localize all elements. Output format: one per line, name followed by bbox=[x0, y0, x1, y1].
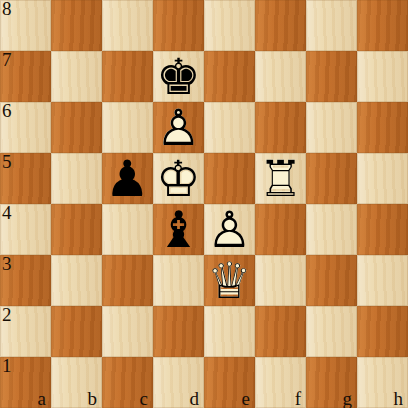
square-h7[interactable] bbox=[357, 51, 408, 102]
square-d3[interactable] bbox=[153, 255, 204, 306]
rank-label-6: 6 bbox=[2, 100, 12, 122]
square-c4[interactable] bbox=[102, 204, 153, 255]
square-e5[interactable] bbox=[204, 153, 255, 204]
square-f4[interactable] bbox=[255, 204, 306, 255]
square-h6[interactable] bbox=[357, 102, 408, 153]
square-b4[interactable] bbox=[51, 204, 102, 255]
square-a8[interactable]: 8 bbox=[0, 0, 51, 51]
square-h8[interactable] bbox=[357, 0, 408, 51]
square-a7[interactable]: 7 bbox=[0, 51, 51, 102]
square-e8[interactable] bbox=[204, 0, 255, 51]
square-d1[interactable]: d bbox=[153, 357, 204, 408]
square-c8[interactable] bbox=[102, 0, 153, 51]
piece-white-pawn[interactable]: ♟♙ bbox=[204, 204, 255, 255]
square-a2[interactable]: 2 bbox=[0, 306, 51, 357]
square-h4[interactable] bbox=[357, 204, 408, 255]
square-b7[interactable] bbox=[51, 51, 102, 102]
pawn-glyph-outline: ♙ bbox=[156, 103, 201, 153]
square-e2[interactable] bbox=[204, 306, 255, 357]
square-f2[interactable] bbox=[255, 306, 306, 357]
queen-glyph-fill: ♛ bbox=[207, 256, 252, 306]
file-label-h: h bbox=[394, 388, 404, 408]
piece-white-rook[interactable]: ♜♖ bbox=[255, 153, 306, 204]
square-c7[interactable] bbox=[102, 51, 153, 102]
square-e3[interactable]: ♛♕ bbox=[204, 255, 255, 306]
square-e7[interactable] bbox=[204, 51, 255, 102]
square-f5[interactable]: ♜♖ bbox=[255, 153, 306, 204]
square-g7[interactable] bbox=[306, 51, 357, 102]
square-a4[interactable]: 4 bbox=[0, 204, 51, 255]
rook-glyph-fill: ♜ bbox=[258, 154, 303, 204]
square-f7[interactable] bbox=[255, 51, 306, 102]
square-c5[interactable]: ♟ bbox=[102, 153, 153, 204]
square-g2[interactable] bbox=[306, 306, 357, 357]
square-f8[interactable] bbox=[255, 0, 306, 51]
king-glyph-fill: ♚ bbox=[156, 154, 201, 204]
square-a6[interactable]: 6 bbox=[0, 102, 51, 153]
file-label-a: a bbox=[38, 388, 46, 408]
square-c1[interactable]: c bbox=[102, 357, 153, 408]
pawn-glyph-fill: ♟ bbox=[207, 205, 252, 255]
queen-glyph-outline: ♕ bbox=[207, 256, 252, 306]
square-c6[interactable] bbox=[102, 102, 153, 153]
rank-label-4: 4 bbox=[2, 202, 12, 224]
square-f3[interactable] bbox=[255, 255, 306, 306]
square-a3[interactable]: 3 bbox=[0, 255, 51, 306]
file-label-c: c bbox=[140, 388, 148, 408]
square-f1[interactable]: f bbox=[255, 357, 306, 408]
square-b5[interactable] bbox=[51, 153, 102, 204]
piece-white-pawn[interactable]: ♟♙ bbox=[153, 102, 204, 153]
piece-black-pawn[interactable]: ♟ bbox=[102, 153, 153, 204]
square-d5[interactable]: ♚♔ bbox=[153, 153, 204, 204]
rank-label-7: 7 bbox=[2, 49, 12, 71]
square-d4[interactable]: ♝ bbox=[153, 204, 204, 255]
square-b6[interactable] bbox=[51, 102, 102, 153]
square-e1[interactable]: e bbox=[204, 357, 255, 408]
chess-board: 87♚6♟♙5♟♚♔♜♖4♝♟♙3♛♕21abcdefgh bbox=[0, 0, 408, 408]
file-label-e: e bbox=[242, 388, 250, 408]
pawn-glyph-outline: ♙ bbox=[207, 205, 252, 255]
king-glyph-outline: ♔ bbox=[156, 154, 201, 204]
square-g5[interactable] bbox=[306, 153, 357, 204]
piece-black-king[interactable]: ♚ bbox=[153, 51, 204, 102]
piece-white-queen[interactable]: ♛♕ bbox=[204, 255, 255, 306]
square-e4[interactable]: ♟♙ bbox=[204, 204, 255, 255]
pawn-glyph-fill: ♟ bbox=[156, 103, 201, 153]
square-d2[interactable] bbox=[153, 306, 204, 357]
rook-glyph-outline: ♖ bbox=[258, 154, 303, 204]
square-g4[interactable] bbox=[306, 204, 357, 255]
square-g8[interactable] bbox=[306, 0, 357, 51]
square-h3[interactable] bbox=[357, 255, 408, 306]
piece-black-bishop[interactable]: ♝ bbox=[153, 204, 204, 255]
square-c3[interactable] bbox=[102, 255, 153, 306]
file-label-b: b bbox=[88, 388, 98, 408]
rank-label-3: 3 bbox=[2, 253, 12, 275]
rank-label-5: 5 bbox=[2, 151, 12, 173]
square-e6[interactable] bbox=[204, 102, 255, 153]
square-d7[interactable]: ♚ bbox=[153, 51, 204, 102]
square-g1[interactable]: g bbox=[306, 357, 357, 408]
square-h2[interactable] bbox=[357, 306, 408, 357]
square-a1[interactable]: 1a bbox=[0, 357, 51, 408]
rank-label-8: 8 bbox=[2, 0, 12, 20]
square-b8[interactable] bbox=[51, 0, 102, 51]
square-h5[interactable] bbox=[357, 153, 408, 204]
rank-label-2: 2 bbox=[2, 304, 12, 326]
file-label-g: g bbox=[343, 388, 353, 408]
rank-label-1: 1 bbox=[2, 355, 12, 377]
pawn-glyph: ♟ bbox=[105, 154, 150, 204]
square-a5[interactable]: 5 bbox=[0, 153, 51, 204]
square-g3[interactable] bbox=[306, 255, 357, 306]
square-b1[interactable]: b bbox=[51, 357, 102, 408]
square-b3[interactable] bbox=[51, 255, 102, 306]
square-g6[interactable] bbox=[306, 102, 357, 153]
square-d6[interactable]: ♟♙ bbox=[153, 102, 204, 153]
square-h1[interactable]: h bbox=[357, 357, 408, 408]
file-label-d: d bbox=[190, 388, 200, 408]
piece-white-king[interactable]: ♚♔ bbox=[153, 153, 204, 204]
square-c2[interactable] bbox=[102, 306, 153, 357]
bishop-glyph: ♝ bbox=[156, 205, 201, 255]
square-f6[interactable] bbox=[255, 102, 306, 153]
square-d8[interactable] bbox=[153, 0, 204, 51]
king-glyph: ♚ bbox=[156, 52, 201, 102]
file-label-f: f bbox=[295, 388, 301, 408]
square-b2[interactable] bbox=[51, 306, 102, 357]
